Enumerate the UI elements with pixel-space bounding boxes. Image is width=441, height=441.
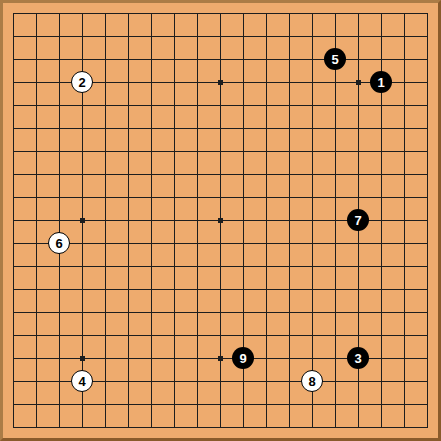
grid-line-horizontal [13, 289, 428, 290]
stone-black-q4: 3 [347, 347, 369, 369]
stone-white-d16: 2 [71, 71, 93, 93]
star-point [80, 218, 85, 223]
star-point [218, 80, 223, 85]
stone-white-c9: 6 [48, 232, 70, 254]
grid-line-horizontal [13, 312, 428, 313]
grid-line-horizontal [13, 243, 428, 244]
grid-line-vertical [427, 13, 428, 428]
grid-line-horizontal [13, 335, 428, 336]
stone-white-o3: 8 [301, 370, 323, 392]
stone-black-r16: 1 [370, 71, 392, 93]
stone-black-l4: 9 [232, 347, 254, 369]
star-point [218, 356, 223, 361]
star-point [80, 356, 85, 361]
grid-line-vertical [266, 13, 267, 428]
grid-line-vertical [335, 13, 336, 428]
grid-line-horizontal [13, 266, 428, 267]
grid-line-vertical [312, 13, 313, 428]
stone-black-p17: 5 [324, 48, 346, 70]
grid-line-vertical [289, 13, 290, 428]
stone-black-q10: 7 [347, 209, 369, 231]
stone-white-d3: 4 [71, 370, 93, 392]
star-point [218, 218, 223, 223]
grid-line-horizontal [13, 404, 428, 405]
grid-line-horizontal [13, 427, 428, 428]
star-point [356, 80, 361, 85]
grid-line-vertical [404, 13, 405, 428]
go-board: 123456789 [0, 0, 441, 441]
